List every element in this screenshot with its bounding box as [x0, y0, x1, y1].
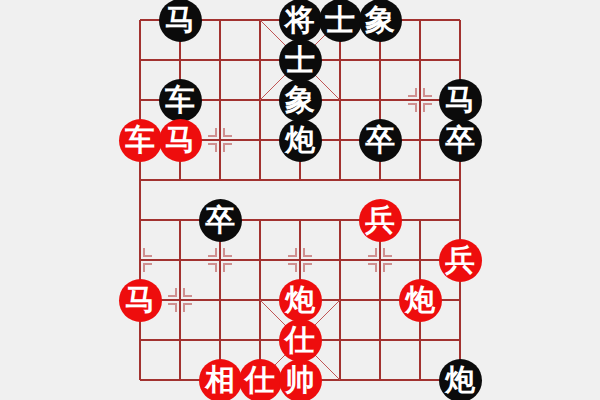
piece-black-chariot[interactable]: 车: [159, 79, 202, 122]
piece-red-advisor[interactable]: 仕: [279, 319, 322, 362]
piece-red-horse[interactable]: 马: [159, 119, 202, 162]
piece-red-chariot[interactable]: 车: [119, 119, 162, 162]
piece-black-pawn[interactable]: 卒: [359, 119, 402, 162]
piece-black-cannon[interactable]: 炮: [439, 359, 482, 400]
board-grid: 马将士象士车象马车马炮卒卒卒兵兵马炮炮仕相仕帅炮: [120, 0, 480, 400]
piece-black-horse[interactable]: 马: [159, 0, 202, 42]
piece-red-cannon[interactable]: 炮: [279, 279, 322, 322]
piece-red-general[interactable]: 帅: [279, 359, 322, 400]
piece-red-advisor[interactable]: 仕: [239, 359, 282, 400]
piece-black-elephant[interactable]: 象: [359, 0, 402, 42]
piece-black-advisor[interactable]: 士: [279, 39, 322, 82]
piece-black-horse[interactable]: 马: [439, 79, 482, 122]
piece-red-elephant[interactable]: 相: [199, 359, 242, 400]
piece-black-cannon[interactable]: 炮: [279, 119, 322, 162]
piece-red-pawn[interactable]: 兵: [439, 239, 482, 282]
piece-red-horse[interactable]: 马: [119, 279, 162, 322]
piece-red-cannon[interactable]: 炮: [399, 279, 442, 322]
piece-black-advisor[interactable]: 士: [319, 0, 362, 42]
piece-black-pawn[interactable]: 卒: [199, 199, 242, 242]
piece-black-pawn[interactable]: 卒: [439, 119, 482, 162]
piece-black-general[interactable]: 将: [279, 0, 322, 42]
xiangqi-board: 马将士象士车象马车马炮卒卒卒兵兵马炮炮仕相仕帅炮: [0, 0, 600, 400]
piece-red-pawn[interactable]: 兵: [359, 199, 402, 242]
piece-black-elephant[interactable]: 象: [279, 79, 322, 122]
